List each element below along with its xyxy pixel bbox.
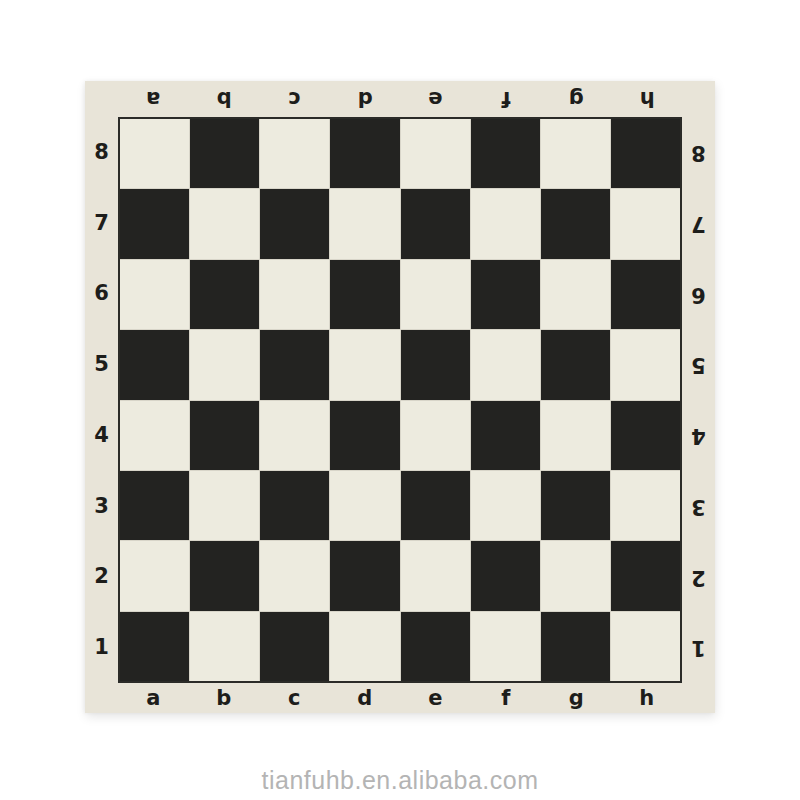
square-h7[interactable] (611, 189, 680, 258)
rank-label-right-2: 2 (682, 542, 715, 613)
square-b6[interactable] (190, 260, 259, 329)
square-b5[interactable] (190, 330, 259, 399)
file-label-bottom-f: f (471, 683, 542, 713)
square-f3[interactable] (471, 471, 540, 540)
square-g8[interactable] (541, 119, 610, 188)
square-c3[interactable] (260, 471, 329, 540)
square-d2[interactable] (330, 541, 399, 610)
square-a2[interactable] (120, 541, 189, 610)
square-f8[interactable] (471, 119, 540, 188)
file-label-top-e: e (400, 81, 471, 117)
square-a1[interactable] (120, 612, 189, 681)
square-h6[interactable] (611, 260, 680, 329)
rank-label-right-8: 8 (682, 117, 715, 188)
chessboard (118, 117, 682, 683)
square-b4[interactable] (190, 401, 259, 470)
file-label-bottom-h: h (612, 683, 683, 713)
square-g3[interactable] (541, 471, 610, 540)
square-e2[interactable] (401, 541, 470, 610)
rank-label-left-8: 8 (85, 117, 118, 188)
square-f7[interactable] (471, 189, 540, 258)
rank-label-left-6: 6 (85, 259, 118, 330)
square-f5[interactable] (471, 330, 540, 399)
rank-labels-right: 87654321 (682, 117, 715, 683)
file-label-top-c: c (259, 81, 330, 117)
chessboard-mat: abcdefgh 87654321 87654321 abcdefgh (85, 81, 715, 713)
rank-label-right-4: 4 (682, 400, 715, 471)
square-a8[interactable] (120, 119, 189, 188)
square-b1[interactable] (190, 612, 259, 681)
file-label-top-h: h (612, 81, 683, 117)
square-a4[interactable] (120, 401, 189, 470)
file-label-bottom-e: e (400, 683, 471, 713)
square-d8[interactable] (330, 119, 399, 188)
rank-label-left-7: 7 (85, 188, 118, 259)
file-labels-bottom: abcdefgh (118, 683, 682, 713)
file-labels-top: abcdefgh (118, 81, 682, 117)
rank-label-left-3: 3 (85, 471, 118, 542)
watermark-text: tianfuhb.en.alibaba.com (0, 766, 800, 795)
file-label-bottom-a: a (118, 683, 189, 713)
square-e4[interactable] (401, 401, 470, 470)
square-e3[interactable] (401, 471, 470, 540)
square-c5[interactable] (260, 330, 329, 399)
square-c6[interactable] (260, 260, 329, 329)
square-b3[interactable] (190, 471, 259, 540)
file-label-top-a: a (118, 81, 189, 117)
square-g4[interactable] (541, 401, 610, 470)
square-e8[interactable] (401, 119, 470, 188)
square-c1[interactable] (260, 612, 329, 681)
square-a5[interactable] (120, 330, 189, 399)
square-d5[interactable] (330, 330, 399, 399)
rank-label-right-5: 5 (682, 329, 715, 400)
square-b2[interactable] (190, 541, 259, 610)
square-d1[interactable] (330, 612, 399, 681)
file-label-bottom-c: c (259, 683, 330, 713)
square-d6[interactable] (330, 260, 399, 329)
square-e5[interactable] (401, 330, 470, 399)
square-e7[interactable] (401, 189, 470, 258)
rank-label-left-5: 5 (85, 329, 118, 400)
file-label-bottom-b: b (189, 683, 260, 713)
square-f2[interactable] (471, 541, 540, 610)
file-label-top-d: d (330, 81, 401, 117)
square-b8[interactable] (190, 119, 259, 188)
square-b7[interactable] (190, 189, 259, 258)
square-h3[interactable] (611, 471, 680, 540)
square-d3[interactable] (330, 471, 399, 540)
square-c7[interactable] (260, 189, 329, 258)
square-a7[interactable] (120, 189, 189, 258)
file-label-bottom-g: g (541, 683, 612, 713)
rank-label-left-1: 1 (85, 612, 118, 683)
square-g1[interactable] (541, 612, 610, 681)
square-d4[interactable] (330, 401, 399, 470)
square-d7[interactable] (330, 189, 399, 258)
file-label-bottom-d: d (330, 683, 401, 713)
square-a3[interactable] (120, 471, 189, 540)
rank-label-left-4: 4 (85, 400, 118, 471)
file-label-top-b: b (189, 81, 260, 117)
file-label-top-f: f (471, 81, 542, 117)
square-h5[interactable] (611, 330, 680, 399)
square-g6[interactable] (541, 260, 610, 329)
square-c4[interactable] (260, 401, 329, 470)
file-label-top-g: g (541, 81, 612, 117)
rank-labels-left: 87654321 (85, 117, 118, 683)
square-f1[interactable] (471, 612, 540, 681)
square-f6[interactable] (471, 260, 540, 329)
square-c8[interactable] (260, 119, 329, 188)
square-g7[interactable] (541, 189, 610, 258)
rank-label-right-6: 6 (682, 259, 715, 330)
square-h2[interactable] (611, 541, 680, 610)
square-h8[interactable] (611, 119, 680, 188)
square-f4[interactable] (471, 401, 540, 470)
square-h4[interactable] (611, 401, 680, 470)
square-g5[interactable] (541, 330, 610, 399)
square-a6[interactable] (120, 260, 189, 329)
square-c2[interactable] (260, 541, 329, 610)
rank-label-right-3: 3 (682, 471, 715, 542)
rank-label-right-1: 1 (682, 612, 715, 683)
square-e1[interactable] (401, 612, 470, 681)
square-g2[interactable] (541, 541, 610, 610)
square-h1[interactable] (611, 612, 680, 681)
square-e6[interactable] (401, 260, 470, 329)
rank-label-left-2: 2 (85, 542, 118, 613)
rank-label-right-7: 7 (682, 188, 715, 259)
